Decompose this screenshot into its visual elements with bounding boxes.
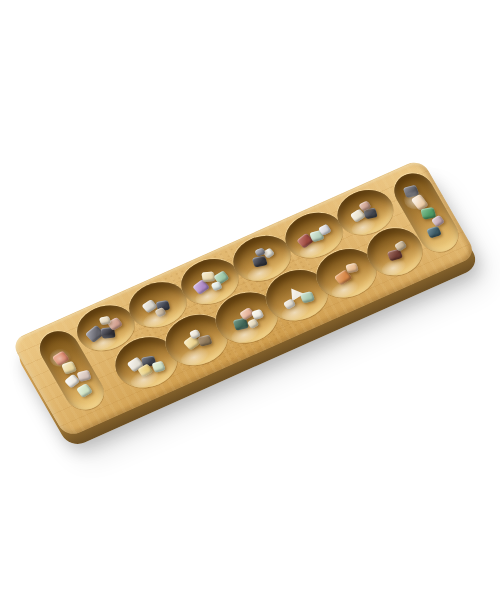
stone-pale-green [300, 291, 315, 303]
stone-cream-chip [247, 318, 259, 329]
stone-pale-chip [210, 281, 222, 291]
stone-teal-speckled [426, 226, 442, 239]
stone-peach-stone [344, 262, 358, 273]
stone-pale-green-cube [76, 383, 93, 398]
photo-background [0, 0, 500, 600]
stone-black-speckled [251, 256, 267, 268]
stone-brown-speckled [197, 335, 212, 347]
stone-maroon-speckled [77, 370, 92, 382]
stone-white-chip [283, 298, 296, 309]
stone-pale-green-cube [151, 361, 165, 373]
